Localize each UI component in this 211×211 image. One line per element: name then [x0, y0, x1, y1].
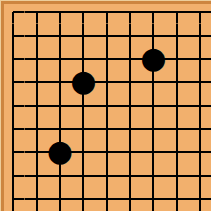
- intersection-empty[interactable]: [95, 47, 118, 70]
- intersection-empty[interactable]: [72, 141, 95, 164]
- intersection-empty[interactable]: [48, 47, 71, 70]
- intersection-empty[interactable]: [25, 1, 48, 24]
- go-grid: ●●●: [2, 1, 211, 211]
- intersection-empty[interactable]: [165, 1, 188, 24]
- intersection-empty[interactable]: [2, 47, 25, 70]
- intersection-empty[interactable]: [165, 71, 188, 94]
- intersection-empty[interactable]: [95, 117, 118, 140]
- intersection-empty[interactable]: [165, 94, 188, 117]
- intersection-empty[interactable]: [118, 1, 141, 24]
- board-frame-top: [1, 1, 211, 4]
- black-stone: ●: [70, 66, 96, 96]
- intersection-empty[interactable]: [72, 24, 95, 47]
- intersection-empty[interactable]: [118, 187, 141, 210]
- intersection-empty[interactable]: [2, 71, 25, 94]
- intersection-empty[interactable]: [48, 187, 71, 210]
- intersection-empty[interactable]: [188, 94, 211, 117]
- intersection-empty[interactable]: [118, 141, 141, 164]
- intersection-empty[interactable]: [142, 141, 165, 164]
- intersection-empty[interactable]: [95, 164, 118, 187]
- intersection-empty[interactable]: [2, 94, 25, 117]
- intersection-empty[interactable]: [165, 117, 188, 140]
- intersection-empty[interactable]: [48, 24, 71, 47]
- go-board-diagram: ●●●: [0, 0, 211, 211]
- intersection-empty[interactable]: [118, 71, 141, 94]
- intersection-empty[interactable]: [48, 1, 71, 24]
- intersection-empty[interactable]: [142, 117, 165, 140]
- intersection-empty[interactable]: [95, 1, 118, 24]
- intersection-empty[interactable]: [2, 187, 25, 210]
- intersection-empty[interactable]: [188, 141, 211, 164]
- intersection-black-stone[interactable]: ●: [48, 141, 71, 164]
- intersection-empty[interactable]: [2, 164, 25, 187]
- intersection-empty[interactable]: [48, 94, 71, 117]
- intersection-empty[interactable]: [188, 71, 211, 94]
- intersection-empty[interactable]: [118, 117, 141, 140]
- intersection-empty[interactable]: [95, 141, 118, 164]
- intersection-empty[interactable]: [72, 187, 95, 210]
- intersection-empty[interactable]: [25, 24, 48, 47]
- intersection-empty[interactable]: [188, 24, 211, 47]
- intersection-empty[interactable]: [165, 187, 188, 210]
- intersection-empty[interactable]: [2, 141, 25, 164]
- intersection-empty[interactable]: [142, 164, 165, 187]
- intersection-empty[interactable]: [118, 47, 141, 70]
- intersection-empty[interactable]: [118, 94, 141, 117]
- intersection-empty[interactable]: [2, 24, 25, 47]
- intersection-empty[interactable]: [72, 1, 95, 24]
- intersection-empty[interactable]: [188, 47, 211, 70]
- intersection-empty[interactable]: [25, 117, 48, 140]
- intersection-empty[interactable]: [2, 1, 25, 24]
- intersection-empty[interactable]: [165, 24, 188, 47]
- intersection-empty[interactable]: [118, 164, 141, 187]
- intersection-empty[interactable]: [95, 71, 118, 94]
- intersection-empty[interactable]: [188, 164, 211, 187]
- intersection-empty[interactable]: [142, 94, 165, 117]
- intersection-empty[interactable]: [188, 1, 211, 24]
- intersection-empty[interactable]: [2, 117, 25, 140]
- intersection-empty[interactable]: [48, 71, 71, 94]
- intersection-empty[interactable]: [118, 24, 141, 47]
- intersection-empty[interactable]: [165, 141, 188, 164]
- intersection-empty[interactable]: [142, 1, 165, 24]
- intersection-empty[interactable]: [25, 47, 48, 70]
- intersection-empty[interactable]: [25, 94, 48, 117]
- intersection-empty[interactable]: [25, 71, 48, 94]
- intersection-empty[interactable]: [25, 141, 48, 164]
- intersection-empty[interactable]: [188, 117, 211, 140]
- intersection-empty[interactable]: [72, 117, 95, 140]
- intersection-empty[interactable]: [95, 24, 118, 47]
- black-stone: ●: [140, 43, 166, 73]
- intersection-empty[interactable]: [72, 164, 95, 187]
- intersection-black-stone[interactable]: ●: [142, 47, 165, 70]
- intersection-empty[interactable]: [95, 187, 118, 210]
- intersection-empty[interactable]: [25, 164, 48, 187]
- intersection-empty[interactable]: [142, 187, 165, 210]
- intersection-empty[interactable]: [165, 47, 188, 70]
- intersection-empty[interactable]: [25, 187, 48, 210]
- intersection-empty[interactable]: [165, 164, 188, 187]
- black-stone: ●: [47, 136, 73, 166]
- board-frame-left: [1, 1, 4, 211]
- intersection-empty[interactable]: [95, 94, 118, 117]
- intersection-black-stone[interactable]: ●: [72, 71, 95, 94]
- intersection-empty[interactable]: [188, 187, 211, 210]
